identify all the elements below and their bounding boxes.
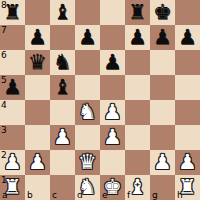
square-d6[interactable] — [75, 50, 100, 75]
square-b3[interactable] — [25, 125, 50, 150]
square-c8[interactable]: ♝ — [50, 0, 75, 25]
square-f3[interactable] — [125, 125, 150, 150]
file-label-c: c — [52, 191, 57, 200]
white-pawn[interactable]: ♟ — [50, 125, 75, 150]
square-b4[interactable] — [25, 100, 50, 125]
square-d1[interactable]: ♞d — [75, 175, 100, 200]
square-a5[interactable]: ♟5 — [0, 75, 25, 100]
square-a1[interactable]: ♜1a — [0, 175, 25, 200]
square-a8[interactable]: ♜8 — [0, 0, 25, 25]
square-g1[interactable]: g — [150, 175, 175, 200]
white-pawn[interactable]: ♟ — [100, 125, 125, 150]
rank-label-6: 6 — [1, 51, 7, 60]
square-h5[interactable] — [175, 75, 200, 100]
square-c5[interactable]: ♝ — [50, 75, 75, 100]
square-h8[interactable] — [175, 0, 200, 25]
square-g8[interactable]: ♚ — [150, 0, 175, 25]
square-c7[interactable] — [50, 25, 75, 50]
square-f8[interactable]: ♜ — [125, 0, 150, 25]
chess-board: ♜8♝♜♚7♟♟♟♟♟6♛♞♟♟5♝4♞♟3♟♟♟2♟♛♟♟♜1abc♞d♚e♝… — [0, 0, 200, 200]
black-knight[interactable]: ♞ — [50, 50, 75, 75]
square-d8[interactable] — [75, 0, 100, 25]
square-b2[interactable]: ♟ — [25, 150, 50, 175]
white-pawn[interactable]: ♟ — [175, 150, 200, 175]
black-pawn[interactable]: ♟ — [125, 25, 150, 50]
square-d3[interactable] — [75, 125, 100, 150]
square-c1[interactable]: c — [50, 175, 75, 200]
square-h3[interactable] — [175, 125, 200, 150]
black-bishop[interactable]: ♝ — [50, 75, 75, 100]
square-h4[interactable] — [175, 100, 200, 125]
black-king[interactable]: ♚ — [150, 0, 175, 25]
square-g3[interactable] — [150, 125, 175, 150]
square-g6[interactable] — [150, 50, 175, 75]
square-h6[interactable] — [175, 50, 200, 75]
square-c2[interactable] — [50, 150, 75, 175]
square-e2[interactable] — [100, 150, 125, 175]
square-g2[interactable]: ♟ — [150, 150, 175, 175]
square-f5[interactable] — [125, 75, 150, 100]
black-pawn[interactable]: ♟ — [25, 25, 50, 50]
square-c4[interactable] — [50, 100, 75, 125]
square-e6[interactable]: ♟ — [100, 50, 125, 75]
square-d5[interactable] — [75, 75, 100, 100]
black-queen[interactable]: ♛ — [25, 50, 50, 75]
file-label-b: b — [27, 191, 33, 200]
square-b7[interactable]: ♟ — [25, 25, 50, 50]
square-e8[interactable] — [100, 0, 125, 25]
square-e5[interactable] — [100, 75, 125, 100]
square-b5[interactable] — [25, 75, 50, 100]
square-c6[interactable]: ♞ — [50, 50, 75, 75]
white-pawn[interactable]: ♟ — [0, 150, 25, 175]
square-a2[interactable]: ♟2 — [0, 150, 25, 175]
square-a7[interactable]: 7 — [0, 25, 25, 50]
file-label-g: g — [152, 191, 158, 200]
white-rook[interactable]: ♜ — [175, 175, 200, 200]
white-pawn[interactable]: ♟ — [150, 150, 175, 175]
square-d4[interactable]: ♞ — [75, 100, 100, 125]
square-b1[interactable]: b — [25, 175, 50, 200]
black-pawn[interactable]: ♟ — [75, 25, 100, 50]
square-g5[interactable] — [150, 75, 175, 100]
square-h2[interactable]: ♟ — [175, 150, 200, 175]
white-king[interactable]: ♚ — [100, 175, 125, 200]
square-c3[interactable]: ♟ — [50, 125, 75, 150]
white-pawn[interactable]: ♟ — [25, 150, 50, 175]
square-b8[interactable] — [25, 0, 50, 25]
white-knight[interactable]: ♞ — [75, 100, 100, 125]
white-pawn[interactable]: ♟ — [100, 100, 125, 125]
rank-label-3: 3 — [1, 126, 7, 135]
square-e3[interactable]: ♟ — [100, 125, 125, 150]
white-rook[interactable]: ♜ — [0, 175, 25, 200]
square-d7[interactable]: ♟ — [75, 25, 100, 50]
square-f6[interactable] — [125, 50, 150, 75]
square-f7[interactable]: ♟ — [125, 25, 150, 50]
square-e4[interactable]: ♟ — [100, 100, 125, 125]
square-b6[interactable]: ♛ — [25, 50, 50, 75]
black-rook[interactable]: ♜ — [0, 0, 25, 25]
black-rook[interactable]: ♜ — [125, 0, 150, 25]
square-h1[interactable]: ♜h — [175, 175, 200, 200]
rank-label-7: 7 — [1, 26, 7, 35]
square-f1[interactable]: ♝f — [125, 175, 150, 200]
square-e1[interactable]: ♚e — [100, 175, 125, 200]
square-a4[interactable]: 4 — [0, 100, 25, 125]
square-a6[interactable]: 6 — [0, 50, 25, 75]
square-f4[interactable] — [125, 100, 150, 125]
white-knight[interactable]: ♞ — [75, 175, 100, 200]
black-pawn[interactable]: ♟ — [0, 75, 25, 100]
square-f2[interactable] — [125, 150, 150, 175]
square-g4[interactable] — [150, 100, 175, 125]
square-g7[interactable]: ♟ — [150, 25, 175, 50]
white-bishop[interactable]: ♝ — [125, 175, 150, 200]
square-h7[interactable]: ♟ — [175, 25, 200, 50]
rank-label-4: 4 — [1, 101, 7, 110]
black-pawn[interactable]: ♟ — [100, 50, 125, 75]
square-d2[interactable]: ♛ — [75, 150, 100, 175]
square-e7[interactable] — [100, 25, 125, 50]
black-pawn[interactable]: ♟ — [175, 25, 200, 50]
white-queen[interactable]: ♛ — [75, 150, 100, 175]
black-pawn[interactable]: ♟ — [150, 25, 175, 50]
black-bishop[interactable]: ♝ — [50, 0, 75, 25]
square-a3[interactable]: 3 — [0, 125, 25, 150]
